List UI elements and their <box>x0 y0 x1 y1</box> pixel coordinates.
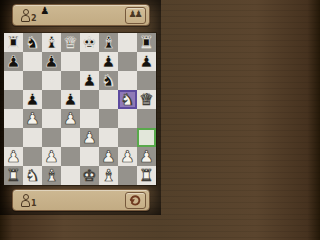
top-player-bar: 2 ♟ ♟♟ <box>12 4 150 26</box>
piece-black-bishop[interactable]: ♝ <box>101 33 115 52</box>
two-players-icon: ♟♟ <box>128 10 140 19</box>
square-f2[interactable]: ♟ <box>99 147 118 166</box>
piece-white-king[interactable]: ♚ <box>82 166 96 185</box>
piece-white-rook[interactable]: ♜ <box>6 166 20 185</box>
piece-white-pawn[interactable]: ♟ <box>82 128 96 147</box>
piece-white-pawn[interactable]: ♟ <box>63 109 77 128</box>
piece-white-knight[interactable]: ♞ <box>25 166 39 185</box>
square-c7[interactable]: ♟ <box>42 52 61 71</box>
square-g8[interactable] <box>118 33 137 52</box>
player2-number: 2 <box>31 14 37 23</box>
square-e7[interactable] <box>80 52 99 71</box>
player2-icon <box>20 9 30 22</box>
square-h4[interactable] <box>137 109 156 128</box>
square-c5[interactable] <box>42 90 61 109</box>
chess-board[interactable]: ♜♞♝♛♚♝♜♟♟♟♟♟♞♟♟♞♛♟♟♟♟♟♟♟♟♜♞♝♚♝♜ <box>4 33 156 185</box>
piece-white-pawn[interactable]: ♟ <box>6 147 20 166</box>
piece-white-knight[interactable]: ♞ <box>120 90 134 109</box>
square-g1[interactable] <box>118 166 137 185</box>
square-c2[interactable]: ♟ <box>42 147 61 166</box>
square-d2[interactable] <box>61 147 80 166</box>
piece-black-knight[interactable]: ♞ <box>25 33 39 52</box>
square-h3[interactable] <box>137 128 156 147</box>
piece-white-bishop[interactable]: ♝ <box>44 166 58 185</box>
piece-white-pawn[interactable]: ♟ <box>139 147 153 166</box>
square-c6[interactable] <box>42 71 61 90</box>
square-h7[interactable]: ♟ <box>137 52 156 71</box>
piece-black-pawn[interactable]: ♟ <box>25 90 39 109</box>
square-d1[interactable] <box>61 166 80 185</box>
piece-black-pawn[interactable]: ♟ <box>63 90 77 109</box>
square-b2[interactable] <box>23 147 42 166</box>
square-e8[interactable]: ♚ <box>80 33 99 52</box>
square-f5[interactable] <box>99 90 118 109</box>
square-h1[interactable]: ♜ <box>137 166 156 185</box>
piece-black-pawn[interactable]: ♟ <box>101 52 115 71</box>
square-f3[interactable] <box>99 128 118 147</box>
square-d8[interactable]: ♛ <box>61 33 80 52</box>
square-a8[interactable]: ♜ <box>4 33 23 52</box>
square-b6[interactable] <box>23 71 42 90</box>
undo-button[interactable] <box>125 192 146 209</box>
square-d6[interactable] <box>61 71 80 90</box>
square-b7[interactable] <box>23 52 42 71</box>
square-h8[interactable]: ♜ <box>137 33 156 52</box>
piece-white-queen[interactable]: ♛ <box>139 90 153 109</box>
piece-black-rook[interactable]: ♜ <box>6 33 20 52</box>
square-h6[interactable] <box>137 71 156 90</box>
square-e5[interactable] <box>80 90 99 109</box>
piece-white-pawn[interactable]: ♟ <box>101 147 115 166</box>
piece-black-knight[interactable]: ♞ <box>101 71 115 90</box>
player1-number: 1 <box>31 199 37 208</box>
square-c8[interactable]: ♝ <box>42 33 61 52</box>
square-e2[interactable] <box>80 147 99 166</box>
square-a1[interactable]: ♜ <box>4 166 23 185</box>
captured-black-pawn-badge: ♟ <box>41 6 50 16</box>
square-c1[interactable]: ♝ <box>42 166 61 185</box>
piece-black-pawn[interactable]: ♟ <box>82 71 96 90</box>
square-f7[interactable]: ♟ <box>99 52 118 71</box>
square-e1[interactable]: ♚ <box>80 166 99 185</box>
square-d4[interactable]: ♟ <box>61 109 80 128</box>
square-g4[interactable] <box>118 109 137 128</box>
piece-white-pawn[interactable]: ♟ <box>25 109 39 128</box>
square-g5[interactable]: ♞ <box>118 90 137 109</box>
square-c4[interactable] <box>42 109 61 128</box>
square-f1[interactable]: ♝ <box>99 166 118 185</box>
undo-arrow-icon <box>128 193 143 208</box>
square-g3[interactable] <box>118 128 137 147</box>
square-e3[interactable]: ♟ <box>80 128 99 147</box>
piece-black-queen[interactable]: ♛ <box>63 33 77 52</box>
square-d5[interactable]: ♟ <box>61 90 80 109</box>
square-e6[interactable]: ♟ <box>80 71 99 90</box>
player1-icon <box>20 194 30 207</box>
square-h5[interactable]: ♛ <box>137 90 156 109</box>
piece-black-king[interactable]: ♚ <box>82 33 96 52</box>
bottom-player-bar: 1 <box>12 189 150 211</box>
piece-white-pawn[interactable]: ♟ <box>44 147 58 166</box>
piece-black-rook[interactable]: ♜ <box>139 33 153 52</box>
piece-black-pawn[interactable]: ♟ <box>139 52 153 71</box>
square-a7[interactable]: ♟ <box>4 52 23 71</box>
square-d7[interactable] <box>61 52 80 71</box>
square-f4[interactable] <box>99 109 118 128</box>
square-g6[interactable] <box>118 71 137 90</box>
square-c3[interactable] <box>42 128 61 147</box>
square-b4[interactable]: ♟ <box>23 109 42 128</box>
square-b3[interactable] <box>23 128 42 147</box>
piece-white-rook[interactable]: ♜ <box>139 166 153 185</box>
square-b1[interactable]: ♞ <box>23 166 42 185</box>
square-h2[interactable]: ♟ <box>137 147 156 166</box>
piece-black-bishop[interactable]: ♝ <box>44 33 58 52</box>
piece-black-pawn[interactable]: ♟ <box>44 52 58 71</box>
square-f6[interactable]: ♞ <box>99 71 118 90</box>
square-g2[interactable]: ♟ <box>118 147 137 166</box>
square-a6[interactable] <box>4 71 23 90</box>
square-a5[interactable] <box>4 90 23 109</box>
square-g7[interactable] <box>118 52 137 71</box>
two-players-button[interactable]: ♟♟ <box>125 7 146 24</box>
square-b8[interactable]: ♞ <box>23 33 42 52</box>
piece-white-bishop[interactable]: ♝ <box>101 166 115 185</box>
square-e4[interactable] <box>80 109 99 128</box>
square-a3[interactable] <box>4 128 23 147</box>
square-f8[interactable]: ♝ <box>99 33 118 52</box>
piece-white-pawn[interactable]: ♟ <box>120 147 134 166</box>
square-a4[interactable] <box>4 109 23 128</box>
square-b5[interactable]: ♟ <box>23 90 42 109</box>
piece-black-pawn[interactable]: ♟ <box>6 52 20 71</box>
square-a2[interactable]: ♟ <box>4 147 23 166</box>
square-d3[interactable] <box>61 128 80 147</box>
